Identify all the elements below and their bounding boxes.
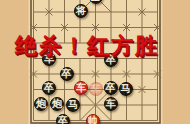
black-炮-piece[interactable]: 炮 xyxy=(34,97,48,111)
black-士-piece[interactable]: 士 xyxy=(89,0,103,4)
checkmate-banner-text: 绝杀！红方胜 xyxy=(15,31,159,61)
black-马-piece[interactable]: 马 xyxy=(66,98,80,112)
black-卒-piece[interactable]: 卒 xyxy=(60,67,74,81)
pieces-layer: 车士将车卒卒卒车卒马炮炮马车卒帅 xyxy=(0,0,190,124)
black-炮-piece[interactable]: 炮 xyxy=(50,97,64,111)
black-卒-piece[interactable]: 卒 xyxy=(104,81,118,95)
red-车-piece[interactable]: 车 xyxy=(74,81,88,95)
last-move-ghost: 车 xyxy=(89,82,103,96)
black-车-piece[interactable]: 车 xyxy=(104,97,118,111)
black-卒-piece[interactable]: 卒 xyxy=(42,81,56,95)
black-卒-piece[interactable]: 卒 xyxy=(56,114,70,125)
xiangqi-thumbnail: 车士将车卒卒卒车卒马炮炮马车卒帅 绝杀！红方胜 xyxy=(0,0,190,124)
black-马-piece[interactable]: 马 xyxy=(119,82,133,96)
red-帅-piece[interactable]: 帅 xyxy=(86,114,100,125)
black-将-piece[interactable]: 将 xyxy=(74,4,88,18)
